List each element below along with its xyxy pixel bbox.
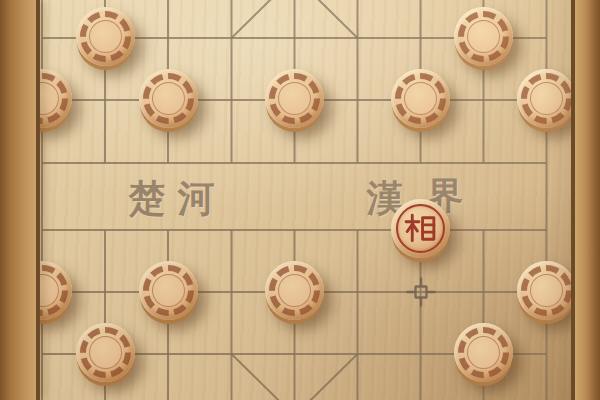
hidden-piece[interactable] (265, 261, 324, 320)
piece-blank-face (278, 82, 311, 115)
pieces-layer: 相 (0, 0, 600, 400)
piece-blank-face (467, 336, 500, 369)
board-right-rail (571, 0, 600, 400)
piece-blank-face (152, 274, 185, 307)
hidden-piece[interactable] (517, 69, 576, 128)
hidden-piece[interactable] (76, 323, 135, 382)
piece-blank-face (530, 274, 563, 307)
hidden-piece[interactable] (517, 261, 576, 320)
piece-blank-face (467, 20, 500, 53)
hidden-piece[interactable] (391, 69, 450, 128)
xiangqi-board: 楚 河 漢 界 相 (0, 0, 600, 400)
board-left-rail (0, 0, 40, 400)
hidden-piece[interactable] (265, 69, 324, 128)
hidden-piece[interactable] (139, 261, 198, 320)
piece-blank-face (89, 20, 122, 53)
piece-blank-face (530, 82, 563, 115)
piece-blank-face (404, 82, 437, 115)
minister-glyph-icon (403, 211, 438, 246)
hidden-piece[interactable] (454, 7, 513, 66)
piece-blank-face (89, 336, 122, 369)
hidden-piece[interactable] (454, 323, 513, 382)
piece-blank-face (278, 274, 311, 307)
hidden-piece[interactable] (76, 7, 135, 66)
hidden-piece[interactable] (139, 69, 198, 128)
piece-blank-face (152, 82, 185, 115)
piece-glyph-text: 相 (391, 199, 392, 200)
revealed-piece-red-minister[interactable]: 相 (391, 199, 450, 258)
